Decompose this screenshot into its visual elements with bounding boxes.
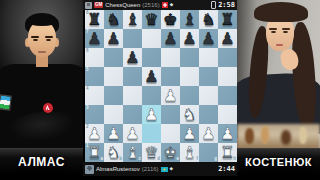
square-g6[interactable] (199, 48, 218, 67)
square-h6[interactable] (218, 48, 237, 67)
blurred-chess-piece (245, 128, 254, 144)
piece-black-rook: ♜ (85, 10, 104, 29)
piece-black-knight: ♞ (104, 10, 123, 29)
square-g4[interactable] (199, 86, 218, 105)
piece-white-queen: ♛ (142, 143, 161, 162)
bottom-player-username[interactable]: AlmasRustemov (96, 166, 140, 172)
piece-black-bishop: ♝ (123, 10, 142, 29)
right-player-lips (276, 44, 283, 46)
square-g3[interactable] (199, 105, 218, 124)
top-player-clock: 2:58 (218, 2, 235, 9)
chess-board[interactable]: 8♜♞♝♛♚♝♞♜7♟♟♟♟♟♟6♟5♟4♟3♟♞2♟♟♟♟♟♟1a♜b♞c♝d… (85, 10, 237, 162)
square-c1[interactable]: c♝ (123, 143, 142, 162)
square-f1[interactable]: f♝ (180, 143, 199, 162)
square-b7[interactable]: ♟ (104, 29, 123, 48)
piece-black-pawn: ♟ (218, 29, 237, 48)
square-h8[interactable]: ♜ (218, 10, 237, 29)
left-player-photo-panel: АЛМАС (0, 0, 83, 180)
piece-black-pawn: ♟ (123, 48, 142, 67)
left-caption-band: АЛМАС (0, 148, 83, 174)
square-h4[interactable] (218, 86, 237, 105)
left-player-eyebrow (31, 36, 39, 38)
piece-black-pawn: ♟ (85, 29, 104, 48)
square-e2[interactable] (161, 124, 180, 143)
square-b8[interactable]: ♞ (104, 10, 123, 29)
piece-white-pawn: ♟ (161, 86, 180, 105)
square-f3[interactable]: ♞ (180, 105, 199, 124)
piece-white-bishop: ♝ (123, 143, 142, 162)
left-caption: АЛМАС (18, 155, 65, 169)
square-g2[interactable]: ♟ (199, 124, 218, 143)
right-player-eye (283, 31, 288, 33)
square-e4[interactable]: ♟ (161, 86, 180, 105)
rank-label-4: 4 (86, 87, 89, 92)
file-label-g: g (214, 157, 217, 162)
top-player-rating: (2516) (142, 2, 159, 8)
title-badge: GM (94, 2, 103, 8)
square-f2[interactable]: ♟ (180, 124, 199, 143)
chess-app: GM ChessQueen (2516) ◆ 2:58 8♜♞♝♛♚♝♞♜7♟♟… (83, 0, 237, 180)
square-c3[interactable] (123, 105, 142, 124)
left-player-fringe (27, 17, 57, 26)
square-g1[interactable]: g (199, 143, 218, 162)
square-d5[interactable]: ♟ (142, 67, 161, 86)
square-g5[interactable] (199, 67, 218, 86)
piece-white-pawn: ♟ (104, 124, 123, 143)
square-f8[interactable]: ♝ (180, 10, 199, 29)
left-player-eyebrow (45, 36, 53, 38)
square-a3[interactable]: 3 (85, 105, 104, 124)
right-player-hair (254, 2, 308, 22)
right-player-eyebrow (269, 28, 277, 30)
square-b5[interactable] (104, 67, 123, 86)
square-a1[interactable]: 1a♜ (85, 143, 104, 162)
piece-white-pawn: ♟ (180, 124, 199, 143)
square-d6[interactable] (142, 48, 161, 67)
piece-black-pawn: ♟ (142, 67, 161, 86)
square-h7[interactable]: ♟ (218, 29, 237, 48)
bottom-player-clock: 2:44 (218, 166, 235, 173)
square-h1[interactable]: h♜ (218, 143, 237, 162)
top-player-username[interactable]: ChessQueen (105, 2, 140, 8)
blurred-chess-piece (299, 127, 307, 144)
piece-black-bishop: ♝ (180, 10, 199, 29)
square-a7[interactable]: 7♟ (85, 29, 104, 48)
blurred-chess-piece (261, 126, 269, 144)
square-a8[interactable]: 8♜ (85, 10, 104, 29)
left-player-eye (33, 39, 38, 41)
square-a2[interactable]: 2♟ (85, 124, 104, 143)
rank-label-5: 5 (86, 68, 89, 73)
thumbnail: АЛМАС GM ChessQueen (2516) ◆ 2:58 8♜♞♝♛♚… (0, 0, 320, 180)
left-player-mouth (38, 51, 46, 53)
square-h2[interactable]: ♟ (218, 124, 237, 143)
square-a4[interactable]: 4 (85, 86, 104, 105)
square-c2[interactable]: ♟ (123, 124, 142, 143)
rank-label-6: 6 (86, 49, 89, 54)
square-e6[interactable] (161, 48, 180, 67)
piece-white-knight: ♞ (104, 143, 123, 162)
piece-white-pawn: ♟ (123, 124, 142, 143)
bottom-player-bar: AlmasRustemov (2116) ◆ 2:44 (83, 162, 237, 176)
square-b1[interactable]: b♞ (104, 143, 123, 162)
square-e1[interactable]: e♚ (161, 143, 180, 162)
piece-white-king: ♚ (161, 143, 180, 162)
piece-white-pawn: ♟ (85, 124, 104, 143)
square-d4[interactable] (142, 86, 161, 105)
bottom-player-avatar[interactable] (85, 165, 94, 174)
square-a6[interactable]: 6 (85, 48, 104, 67)
square-h5[interactable] (218, 67, 237, 86)
square-d3[interactable]: ♟ (142, 105, 161, 124)
square-c7[interactable] (123, 29, 142, 48)
rank-label-3: 3 (86, 106, 89, 111)
square-c5[interactable] (123, 67, 142, 86)
square-g7[interactable]: ♟ (199, 29, 218, 48)
bottom-player-rating: (2116) (142, 166, 159, 172)
piece-black-knight: ♞ (199, 10, 218, 29)
square-a5[interactable]: 5 (85, 67, 104, 86)
blurred-chess-piece (281, 130, 291, 145)
square-b6[interactable] (104, 48, 123, 67)
square-d7[interactable] (142, 29, 161, 48)
square-e7[interactable]: ♟ (161, 29, 180, 48)
piece-black-pawn: ♟ (104, 29, 123, 48)
square-d2[interactable] (142, 124, 161, 143)
switzerland-flag-icon (162, 2, 168, 8)
square-c4[interactable] (123, 86, 142, 105)
piece-white-pawn: ♟ (199, 124, 218, 143)
kazakhstan-flag-icon (161, 167, 168, 172)
square-b4[interactable] (104, 86, 123, 105)
square-h3[interactable] (218, 105, 237, 124)
square-f4[interactable] (180, 86, 199, 105)
right-player-eye (271, 31, 276, 33)
membership-icon: ◆ (170, 167, 173, 172)
square-d8[interactable]: ♛ (142, 10, 161, 29)
piece-white-rook: ♜ (218, 143, 237, 162)
piece-black-pawn: ♟ (180, 29, 199, 48)
piece-white-rook: ♜ (85, 143, 104, 162)
piece-black-pawn: ♟ (161, 29, 180, 48)
piece-white-knight: ♞ (180, 105, 199, 124)
top-player-bar: GM ChessQueen (2516) ◆ 2:58 (83, 0, 237, 10)
piece-black-queen: ♛ (142, 10, 161, 29)
team-logo-badge (43, 103, 53, 113)
square-c6[interactable]: ♟ (123, 48, 142, 67)
square-b2[interactable]: ♟ (104, 124, 123, 143)
square-d1[interactable]: d♛ (142, 143, 161, 162)
right-player-eyebrow (282, 28, 290, 30)
square-f6[interactable] (180, 48, 199, 67)
top-player-avatar[interactable] (85, 2, 92, 9)
piece-black-king: ♚ (161, 10, 180, 29)
square-e8[interactable]: ♚ (161, 10, 180, 29)
left-player-eye (46, 39, 51, 41)
right-caption: КОСТЕНЮК (245, 156, 312, 168)
square-e3[interactable] (161, 105, 180, 124)
square-f5[interactable] (180, 67, 199, 86)
square-f7[interactable]: ♟ (180, 29, 199, 48)
right-caption-band: КОСТЕНЮК (237, 148, 320, 174)
square-b3[interactable] (104, 105, 123, 124)
square-c8[interactable]: ♝ (123, 10, 142, 29)
membership-icon: ◆ (170, 3, 173, 8)
square-g8[interactable]: ♞ (199, 10, 218, 29)
right-player-photo-panel: КОСТЕНЮК (237, 0, 320, 180)
phone-icon (211, 1, 217, 9)
piece-black-rook: ♜ (218, 10, 237, 29)
piece-white-bishop: ♝ (180, 143, 199, 162)
piece-white-pawn: ♟ (218, 124, 237, 143)
uzbekistan-flag-patch (0, 95, 11, 109)
piece-black-pawn: ♟ (199, 29, 218, 48)
piece-white-pawn: ♟ (142, 105, 161, 124)
square-e5[interactable] (161, 67, 180, 86)
